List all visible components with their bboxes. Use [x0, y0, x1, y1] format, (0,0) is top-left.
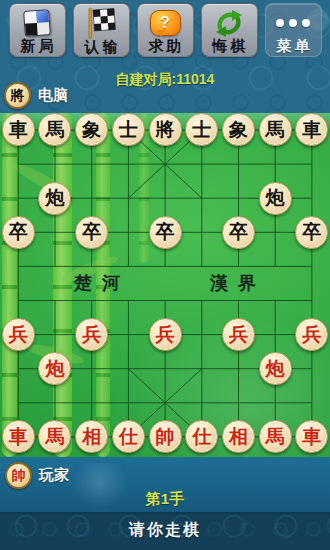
- checkered-flag-icon: [86, 7, 116, 39]
- piece-black-馬[interactable]: 馬: [259, 113, 292, 146]
- piece-red-兵[interactable]: 兵: [75, 318, 108, 351]
- move-counter: 第1手: [0, 490, 330, 509]
- toolbar: 新局 认输: [0, 3, 330, 57]
- red-general-icon: 帥: [5, 462, 32, 489]
- player-bottom-name: 玩家: [39, 466, 69, 485]
- piece-red-炮[interactable]: 炮: [259, 352, 292, 385]
- piece-black-卒[interactable]: 卒: [75, 216, 108, 249]
- piece-black-車[interactable]: 車: [295, 113, 328, 146]
- piece-black-卒[interactable]: 卒: [222, 216, 255, 249]
- resign-button[interactable]: 认输: [73, 3, 130, 57]
- piece-red-兵[interactable]: 兵: [295, 318, 328, 351]
- piece-red-仕[interactable]: 仕: [185, 420, 218, 453]
- piece-black-炮[interactable]: 炮: [259, 182, 292, 215]
- undo-arrows-icon: [213, 7, 245, 38]
- xiangqi-app: 新局 认输: [0, 0, 330, 550]
- piece-red-仕[interactable]: 仕: [112, 420, 145, 453]
- piece-red-炮[interactable]: 炮: [38, 352, 71, 385]
- piece-black-象[interactable]: 象: [75, 113, 108, 146]
- piece-red-兵[interactable]: 兵: [149, 318, 182, 351]
- checkered-board-icon: [24, 7, 50, 38]
- piece-black-卒[interactable]: 卒: [149, 216, 182, 249]
- player-bottom: 帥 玩家: [5, 462, 69, 489]
- piece-black-士[interactable]: 士: [185, 113, 218, 146]
- undo-label: 悔棋: [210, 38, 249, 54]
- piece-red-兵[interactable]: 兵: [222, 318, 255, 351]
- piece-black-炮[interactable]: 炮: [38, 182, 71, 215]
- piece-black-士[interactable]: 士: [112, 113, 145, 146]
- new-game-label: 新局: [18, 38, 57, 54]
- ellipsis-icon: [276, 7, 310, 38]
- piece-black-象[interactable]: 象: [222, 113, 255, 146]
- piece-black-車[interactable]: 車: [2, 113, 35, 146]
- piece-black-將[interactable]: 將: [149, 113, 182, 146]
- xiangqi-board[interactable]: 楚河 漢界 車馬象士將士象馬車炮炮卒卒卒卒卒兵兵兵兵兵炮炮車馬相仕帥仕相馬車: [0, 113, 330, 457]
- piece-red-馬[interactable]: 馬: [38, 420, 71, 453]
- player-top-name: 电脑: [38, 86, 68, 105]
- black-general-icon: 將: [4, 82, 31, 109]
- piece-red-車[interactable]: 車: [2, 420, 35, 453]
- undo-button[interactable]: 悔棋: [201, 3, 258, 57]
- turn-prompt: 请你走棋: [0, 520, 330, 541]
- piece-red-相[interactable]: 相: [222, 420, 255, 453]
- piece-black-卒[interactable]: 卒: [295, 216, 328, 249]
- question-bubble-icon: ?: [150, 7, 181, 38]
- status-panel: 帥 玩家 第1手: [0, 457, 330, 514]
- piece-red-車[interactable]: 車: [295, 420, 328, 453]
- menu-button[interactable]: 菜单: [265, 3, 322, 57]
- help-button[interactable]: ? 求助: [137, 3, 194, 57]
- header: 新局 认输: [0, 0, 330, 113]
- piece-red-相[interactable]: 相: [75, 420, 108, 453]
- piece-red-帥[interactable]: 帥: [149, 420, 182, 453]
- piece-red-兵[interactable]: 兵: [2, 318, 35, 351]
- piece-red-馬[interactable]: 馬: [259, 420, 292, 453]
- footer: 帥 玩家 第1手 请你走棋: [0, 457, 330, 550]
- player-top: 將 电脑: [4, 82, 68, 109]
- menu-label: 菜单: [274, 38, 313, 54]
- piece-black-馬[interactable]: 馬: [38, 113, 71, 146]
- new-game-button[interactable]: 新局: [9, 3, 66, 57]
- pieces-layer: 車馬象士將士象馬車炮炮卒卒卒卒卒兵兵兵兵兵炮炮車馬相仕帥仕相馬車: [0, 113, 330, 454]
- resign-label: 认输: [82, 39, 121, 55]
- piece-black-卒[interactable]: 卒: [2, 216, 35, 249]
